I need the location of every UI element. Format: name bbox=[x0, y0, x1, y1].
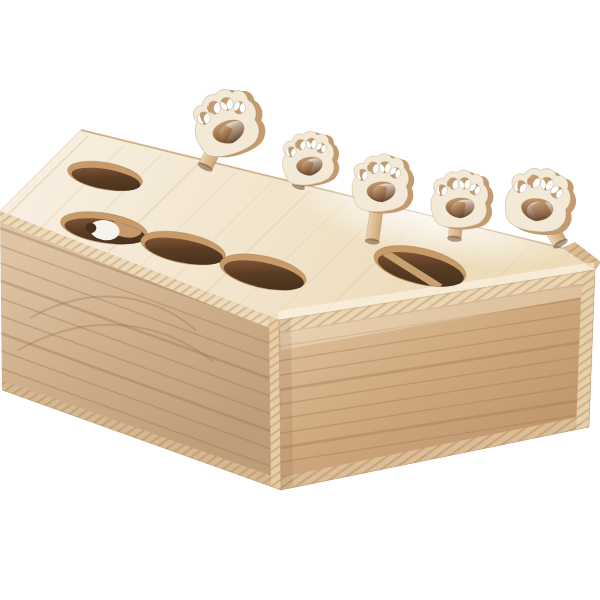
scene-canvas bbox=[0, 0, 600, 600]
product-photo: Light-wood whack-a-mole style cat toy: a… bbox=[0, 0, 600, 600]
